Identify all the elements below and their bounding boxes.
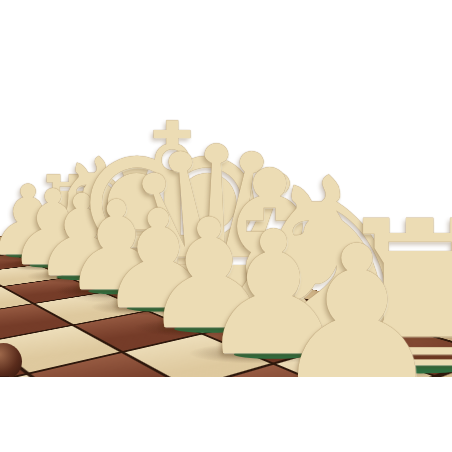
photo-crop-mask: [0, 377, 452, 452]
chess-set-photo: 2 ♜♞♝♚♛♝♞♜♟♟♟♟♟♟♟♟: [0, 0, 452, 452]
